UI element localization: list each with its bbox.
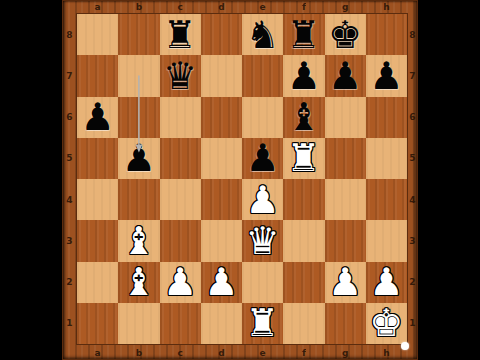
square-c3[interactable] xyxy=(160,220,201,261)
square-g4[interactable] xyxy=(325,179,366,220)
coordinate-label: 8 xyxy=(62,14,77,55)
square-b1[interactable] xyxy=(118,303,159,344)
black-knight[interactable]: ♞ xyxy=(242,14,283,55)
white-king[interactable]: ♚ xyxy=(366,303,407,344)
ranks-left: 87654321 xyxy=(62,14,77,344)
square-g7[interactable]: ♟ xyxy=(325,55,366,96)
coordinate-label: 2 xyxy=(62,262,77,303)
square-h1[interactable]: ♚ xyxy=(366,303,407,344)
white-pawn[interactable]: ♟ xyxy=(160,262,201,303)
square-a2[interactable] xyxy=(77,262,118,303)
square-d2[interactable]: ♟ xyxy=(201,262,242,303)
square-c6[interactable] xyxy=(160,97,201,138)
square-f8[interactable]: ♜ xyxy=(283,14,324,55)
square-c5[interactable] xyxy=(160,138,201,179)
coordinate-label: 7 xyxy=(407,55,418,96)
square-f4[interactable] xyxy=(283,179,324,220)
coordinate-label: a xyxy=(77,0,118,14)
white-pawn[interactable]: ♟ xyxy=(201,262,242,303)
coordinate-label: c xyxy=(160,0,201,14)
square-b2[interactable]: ♝ xyxy=(118,262,159,303)
chess-board[interactable]: ♜♞♜♚♛♟♟♟♟♝♟♟♜♟♝♛♝♟♟♟♟♜♚ xyxy=(77,14,407,344)
square-e1[interactable]: ♜ xyxy=(242,303,283,344)
square-c1[interactable] xyxy=(160,303,201,344)
black-rook[interactable]: ♜ xyxy=(283,14,324,55)
square-b7[interactable] xyxy=(118,55,159,96)
ranks-right: 87654321 xyxy=(407,14,418,344)
coordinate-label: f xyxy=(283,345,324,360)
square-c7[interactable]: ♛ xyxy=(160,55,201,96)
square-g3[interactable] xyxy=(325,220,366,261)
square-e6[interactable] xyxy=(242,97,283,138)
black-pawn[interactable]: ♟ xyxy=(325,55,366,96)
square-h5[interactable] xyxy=(366,138,407,179)
coordinate-label: e xyxy=(242,0,283,14)
square-a4[interactable] xyxy=(77,179,118,220)
square-d5[interactable] xyxy=(201,138,242,179)
coordinate-label: 2 xyxy=(407,262,418,303)
black-queen[interactable]: ♛ xyxy=(160,55,201,96)
square-b3[interactable]: ♝ xyxy=(118,220,159,261)
coordinate-label: 3 xyxy=(407,220,418,261)
white-pawn[interactable]: ♟ xyxy=(325,262,366,303)
square-d4[interactable] xyxy=(201,179,242,220)
coordinate-label: b xyxy=(118,345,159,360)
square-b6[interactable] xyxy=(118,97,159,138)
square-e2[interactable] xyxy=(242,262,283,303)
coordinate-label: g xyxy=(325,345,366,360)
coordinate-label: 1 xyxy=(407,303,418,344)
black-pawn[interactable]: ♟ xyxy=(366,55,407,96)
coordinate-label: 3 xyxy=(62,220,77,261)
square-g2[interactable]: ♟ xyxy=(325,262,366,303)
white-rook[interactable]: ♜ xyxy=(283,138,324,179)
black-pawn[interactable]: ♟ xyxy=(283,55,324,96)
files-top: abcdefgh xyxy=(77,0,407,14)
square-e7[interactable] xyxy=(242,55,283,96)
coordinate-label: 4 xyxy=(62,179,77,220)
square-d8[interactable] xyxy=(201,14,242,55)
square-f3[interactable] xyxy=(283,220,324,261)
square-e3[interactable]: ♛ xyxy=(242,220,283,261)
coordinate-label: f xyxy=(283,0,324,14)
square-e5[interactable]: ♟ xyxy=(242,138,283,179)
black-pawn[interactable]: ♟ xyxy=(77,97,118,138)
square-f7[interactable]: ♟ xyxy=(283,55,324,96)
square-c8[interactable]: ♜ xyxy=(160,14,201,55)
black-bishop[interactable]: ♝ xyxy=(283,97,324,138)
square-b4[interactable] xyxy=(118,179,159,220)
square-f1[interactable] xyxy=(283,303,324,344)
square-h6[interactable] xyxy=(366,97,407,138)
coordinate-label: a xyxy=(77,345,118,360)
files-bottom: abcdefgh xyxy=(77,345,407,360)
coordinate-label: d xyxy=(201,0,242,14)
square-d3[interactable] xyxy=(201,220,242,261)
white-bishop[interactable]: ♝ xyxy=(118,220,159,261)
square-h7[interactable]: ♟ xyxy=(366,55,407,96)
square-e8[interactable]: ♞ xyxy=(242,14,283,55)
white-rook[interactable]: ♜ xyxy=(242,303,283,344)
white-bishop[interactable]: ♝ xyxy=(118,262,159,303)
white-pawn[interactable]: ♟ xyxy=(242,179,283,220)
square-h4[interactable] xyxy=(366,179,407,220)
square-a8[interactable] xyxy=(77,14,118,55)
coordinate-label: 5 xyxy=(407,138,418,179)
white-pawn[interactable]: ♟ xyxy=(366,262,407,303)
black-pawn[interactable]: ♟ xyxy=(118,138,159,179)
square-f6[interactable]: ♝ xyxy=(283,97,324,138)
square-g8[interactable]: ♚ xyxy=(325,14,366,55)
white-queen[interactable]: ♛ xyxy=(242,220,283,261)
black-pawn[interactable]: ♟ xyxy=(242,138,283,179)
square-a7[interactable] xyxy=(77,55,118,96)
coordinate-label: b xyxy=(118,0,159,14)
square-d7[interactable] xyxy=(201,55,242,96)
square-a6[interactable]: ♟ xyxy=(77,97,118,138)
square-h8[interactable] xyxy=(366,14,407,55)
square-a1[interactable] xyxy=(77,303,118,344)
square-f2[interactable] xyxy=(283,262,324,303)
black-king[interactable]: ♚ xyxy=(325,14,366,55)
square-d1[interactable] xyxy=(201,303,242,344)
square-g1[interactable] xyxy=(325,303,366,344)
square-a3[interactable] xyxy=(77,220,118,261)
chess-diagram: abcdefgh abcdefgh 87654321 87654321 ♜♞♜♚… xyxy=(0,0,480,360)
square-b5[interactable]: ♟ xyxy=(118,138,159,179)
coordinate-label: d xyxy=(201,345,242,360)
square-c4[interactable] xyxy=(160,179,201,220)
coordinate-label: 8 xyxy=(407,14,418,55)
square-g5[interactable] xyxy=(325,138,366,179)
coordinate-label: g xyxy=(325,0,366,14)
coordinate-label: 6 xyxy=(407,97,418,138)
coordinate-label: h xyxy=(366,0,407,14)
coordinate-label: 7 xyxy=(62,55,77,96)
coordinate-label: 1 xyxy=(62,303,77,344)
square-a5[interactable] xyxy=(77,138,118,179)
coordinate-label: e xyxy=(242,345,283,360)
square-c2[interactable]: ♟ xyxy=(160,262,201,303)
side-to-move-indicator xyxy=(401,342,409,350)
black-rook[interactable]: ♜ xyxy=(160,14,201,55)
coordinate-label: 6 xyxy=(62,97,77,138)
square-b8[interactable] xyxy=(118,14,159,55)
square-h3[interactable] xyxy=(366,220,407,261)
coordinate-label: 5 xyxy=(62,138,77,179)
square-d6[interactable] xyxy=(201,97,242,138)
coordinate-label: 4 xyxy=(407,179,418,220)
square-f5[interactable]: ♜ xyxy=(283,138,324,179)
square-h2[interactable]: ♟ xyxy=(366,262,407,303)
coordinate-label: c xyxy=(160,345,201,360)
square-g6[interactable] xyxy=(325,97,366,138)
square-e4[interactable]: ♟ xyxy=(242,179,283,220)
